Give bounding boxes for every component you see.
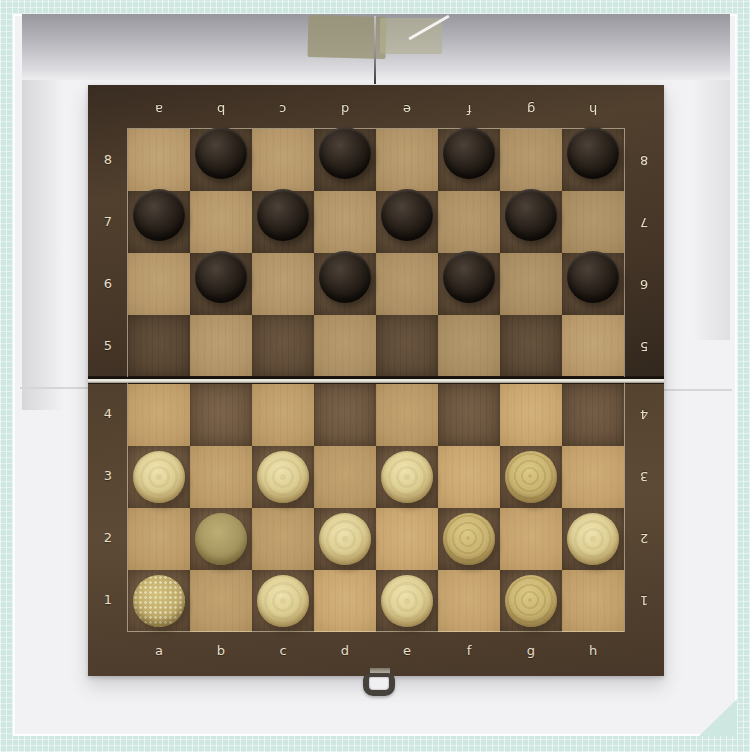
square-f5 [438, 315, 500, 377]
square-b1 [190, 570, 252, 632]
file-label-top-b: b [190, 96, 252, 122]
square-b7 [190, 191, 252, 253]
square-a5 [128, 315, 190, 377]
rank-label-right-5: 5 [626, 333, 662, 359]
square-e4 [376, 384, 438, 446]
square-h1 [562, 570, 624, 632]
square-f7 [438, 191, 500, 253]
square-h4 [562, 384, 624, 446]
square-c5 [252, 315, 314, 377]
square-e5 [376, 315, 438, 377]
piece-dark-b6 [195, 251, 247, 303]
rank-label-right-2: 2 [626, 525, 662, 551]
square-c8 [252, 129, 314, 191]
piece-dark-f6 [443, 251, 495, 303]
piece-light-c1 [257, 575, 309, 627]
file-label-bottom-h: h [562, 638, 624, 664]
piece-dark-c7 [257, 189, 309, 241]
piece-dark-d8 [319, 127, 371, 179]
piece-light-h2 [567, 513, 619, 565]
piece-dark-f8 [443, 127, 495, 179]
file-label-bottom-a: a [128, 638, 190, 664]
piece-dark-g7 [505, 189, 557, 241]
square-g4 [500, 384, 562, 446]
square-b4 [190, 384, 252, 446]
piece-light-g3 [505, 451, 557, 503]
file-label-bottom-c: c [252, 638, 314, 664]
mint-border [0, 736, 750, 752]
rank-label-left-2: 2 [90, 525, 126, 551]
piece-light-d2 [319, 513, 371, 565]
file-label-bottom-b: b [190, 638, 252, 664]
square-h5 [562, 315, 624, 377]
rank-label-right-8: 8 [626, 147, 662, 173]
piece-dark-a7 [133, 189, 185, 241]
piece-light-a3 [133, 451, 185, 503]
piece-light-e3 [381, 451, 433, 503]
square-f4 [438, 384, 500, 446]
rank-label-right-6: 6 [626, 271, 662, 297]
table-crease-line [20, 387, 88, 389]
rank-label-left-7: 7 [90, 209, 126, 235]
rank-label-right-1: 1 [626, 587, 662, 613]
product-photo-scene: aabbccddeeffgghh8877665544332211 [0, 0, 750, 752]
square-e8 [376, 129, 438, 191]
square-a2 [128, 508, 190, 570]
square-d4 [314, 384, 376, 446]
file-label-top-e: e [376, 96, 438, 122]
left-shadow-gradient [22, 80, 74, 410]
table-crease-line [664, 389, 732, 391]
piece-light-a1 [133, 575, 185, 627]
piece-dark-h8 [567, 127, 619, 179]
square-c6 [252, 253, 314, 315]
mint-border [737, 0, 750, 752]
piece-dark-e7 [381, 189, 433, 241]
file-label-top-h: h [562, 96, 624, 122]
piece-light-c3 [257, 451, 309, 503]
mint-border [0, 0, 750, 14]
square-g5 [500, 315, 562, 377]
square-d1 [314, 570, 376, 632]
square-d7 [314, 191, 376, 253]
piece-dark-b8 [195, 127, 247, 179]
square-g6 [500, 253, 562, 315]
mint-border [0, 0, 13, 752]
square-h7 [562, 191, 624, 253]
rank-label-left-5: 5 [90, 333, 126, 359]
square-a4 [128, 384, 190, 446]
right-shadow-gradient [672, 80, 730, 340]
square-a8 [128, 129, 190, 191]
rank-label-left-3: 3 [90, 463, 126, 489]
rank-label-right-7: 7 [626, 209, 662, 235]
file-label-top-g: g [500, 96, 562, 122]
rank-label-right-4: 4 [626, 401, 662, 427]
piece-dark-h6 [567, 251, 619, 303]
square-h3 [562, 446, 624, 508]
piece-light-b2 [195, 513, 247, 565]
square-e2 [376, 508, 438, 570]
rank-label-left-6: 6 [90, 271, 126, 297]
square-b3 [190, 446, 252, 508]
square-g2 [500, 508, 562, 570]
square-d3 [314, 446, 376, 508]
piece-light-f2 [443, 513, 495, 565]
square-d5 [314, 315, 376, 377]
rank-label-left-8: 8 [90, 147, 126, 173]
piece-dark-d6 [319, 251, 371, 303]
square-g8 [500, 129, 562, 191]
file-label-bottom-e: e [376, 638, 438, 664]
square-b5 [190, 315, 252, 377]
square-e6 [376, 253, 438, 315]
piece-light-e1 [381, 575, 433, 627]
metal-clasp-icon [363, 673, 395, 696]
rank-label-right-3: 3 [626, 463, 662, 489]
file-label-bottom-d: d [314, 638, 376, 664]
rank-label-left-4: 4 [90, 401, 126, 427]
file-label-bottom-g: g [500, 638, 562, 664]
piece-light-g1 [505, 575, 557, 627]
square-c2 [252, 508, 314, 570]
file-label-bottom-f: f [438, 638, 500, 664]
square-a6 [128, 253, 190, 315]
backdrop-seam-line [374, 16, 376, 84]
file-label-top-a: a [128, 96, 190, 122]
file-label-top-d: d [314, 96, 376, 122]
square-f1 [438, 570, 500, 632]
file-label-top-f: f [438, 96, 500, 122]
square-c4 [252, 384, 314, 446]
rank-label-left-1: 1 [90, 587, 126, 613]
file-label-top-c: c [252, 96, 314, 122]
square-f3 [438, 446, 500, 508]
checkers-board: aabbccddeeffgghh8877665544332211 [88, 85, 664, 676]
